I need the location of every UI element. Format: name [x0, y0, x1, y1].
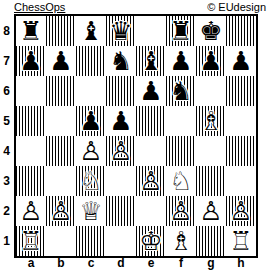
square-b6[interactable]: [46, 76, 76, 106]
file-label-h: h: [226, 257, 256, 270]
piece-black-pawn: ♟: [136, 76, 166, 106]
piece-black-bishop: ♝: [76, 16, 106, 46]
piece-black-king: ♚: [196, 16, 226, 46]
square-g1[interactable]: [196, 226, 226, 256]
square-g7[interactable]: ♟: [196, 46, 226, 76]
square-g3[interactable]: [196, 166, 226, 196]
rank-label-8: 8: [0, 16, 13, 46]
square-a2[interactable]: ♙: [16, 196, 46, 226]
square-g5[interactable]: ♗: [196, 106, 226, 136]
square-b5[interactable]: [46, 106, 76, 136]
square-d4[interactable]: ♙: [106, 136, 136, 166]
piece-black-knight: ♞: [106, 46, 136, 76]
chess-board: ♜♝♛♜♚♟♟♞♝♟♟♟♟♞♟♟♗♙♙♘♙♘♙♙♕♙♙♙♖♔♗♖: [14, 14, 258, 258]
square-b7[interactable]: ♟: [46, 46, 76, 76]
square-a3[interactable]: [16, 166, 46, 196]
file-label-g: g: [196, 257, 226, 270]
piece-white-knight: ♘: [76, 166, 106, 196]
rank-label-4: 4: [0, 136, 13, 166]
square-e2[interactable]: [136, 196, 166, 226]
square-b8[interactable]: [46, 16, 76, 46]
square-f5[interactable]: [166, 106, 196, 136]
square-d8[interactable]: ♛: [106, 16, 136, 46]
square-h5[interactable]: [226, 106, 256, 136]
square-f4[interactable]: [166, 136, 196, 166]
piece-white-bishop: ♗: [166, 226, 196, 256]
square-f6[interactable]: ♞: [166, 76, 196, 106]
piece-black-pawn: ♟: [76, 106, 106, 136]
rank-label-6: 6: [0, 76, 13, 106]
square-d3[interactable]: [106, 166, 136, 196]
square-f2[interactable]: ♙: [166, 196, 196, 226]
piece-black-rook: ♜: [16, 16, 46, 46]
piece-white-rook: ♖: [226, 226, 256, 256]
square-e6[interactable]: ♟: [136, 76, 166, 106]
square-h4[interactable]: [226, 136, 256, 166]
square-c7[interactable]: [76, 46, 106, 76]
piece-white-pawn: ♙: [106, 136, 136, 166]
square-f7[interactable]: ♟: [166, 46, 196, 76]
piece-black-bishop: ♝: [136, 46, 166, 76]
piece-white-pawn: ♙: [136, 166, 166, 196]
rank-label-5: 5: [0, 106, 13, 136]
square-a1[interactable]: ♖: [16, 226, 46, 256]
square-h3[interactable]: [226, 166, 256, 196]
square-b4[interactable]: [46, 136, 76, 166]
piece-white-king: ♔: [136, 226, 166, 256]
rank-labels: 87654321: [0, 16, 13, 256]
file-label-e: e: [136, 257, 166, 270]
square-a7[interactable]: ♟: [16, 46, 46, 76]
square-a6[interactable]: [16, 76, 46, 106]
square-h1[interactable]: ♖: [226, 226, 256, 256]
square-e3[interactable]: ♙: [136, 166, 166, 196]
square-b3[interactable]: [46, 166, 76, 196]
file-label-b: b: [46, 257, 76, 270]
file-label-f: f: [166, 257, 196, 270]
square-d6[interactable]: [106, 76, 136, 106]
square-c4[interactable]: ♙: [76, 136, 106, 166]
piece-black-pawn: ♟: [16, 46, 46, 76]
square-c1[interactable]: [76, 226, 106, 256]
rank-label-7: 7: [0, 46, 13, 76]
square-d7[interactable]: ♞: [106, 46, 136, 76]
square-f1[interactable]: ♗: [166, 226, 196, 256]
square-a4[interactable]: [16, 136, 46, 166]
square-b1[interactable]: [46, 226, 76, 256]
square-e1[interactable]: ♔: [136, 226, 166, 256]
square-g4[interactable]: [196, 136, 226, 166]
piece-white-pawn: ♙: [46, 196, 76, 226]
square-e5[interactable]: [136, 106, 166, 136]
square-c3[interactable]: ♘: [76, 166, 106, 196]
piece-black-pawn: ♟: [226, 46, 256, 76]
square-d2[interactable]: [106, 196, 136, 226]
square-g2[interactable]: ♙: [196, 196, 226, 226]
square-a8[interactable]: ♜: [16, 16, 46, 46]
piece-black-pawn: ♟: [106, 106, 136, 136]
square-f3[interactable]: ♘: [166, 166, 196, 196]
square-a5[interactable]: [16, 106, 46, 136]
copyright-notice: © EUdesign: [207, 1, 266, 13]
square-c6[interactable]: [76, 76, 106, 106]
file-label-c: c: [76, 257, 106, 270]
piece-white-rook: ♖: [16, 226, 46, 256]
piece-white-pawn: ♙: [196, 196, 226, 226]
square-d5[interactable]: ♟: [106, 106, 136, 136]
rank-label-2: 2: [0, 196, 13, 226]
square-c8[interactable]: ♝: [76, 16, 106, 46]
chessops-window: ChessOps © EUdesign 87654321 ♜♝♛♜♚♟♟♞♝♟♟…: [0, 0, 270, 270]
piece-white-pawn: ♙: [166, 196, 196, 226]
piece-white-pawn: ♙: [76, 136, 106, 166]
square-b2[interactable]: ♙: [46, 196, 76, 226]
piece-black-pawn: ♟: [46, 46, 76, 76]
square-h7[interactable]: ♟: [226, 46, 256, 76]
square-e4[interactable]: [136, 136, 166, 166]
square-c5[interactable]: ♟: [76, 106, 106, 136]
piece-black-pawn: ♟: [196, 46, 226, 76]
piece-white-pawn: ♙: [226, 196, 256, 226]
square-h8[interactable]: [226, 16, 256, 46]
square-e8[interactable]: [136, 16, 166, 46]
square-g6[interactable]: [196, 76, 226, 106]
piece-white-knight: ♘: [166, 166, 196, 196]
square-g8[interactable]: ♚: [196, 16, 226, 46]
square-f8[interactable]: ♜: [166, 16, 196, 46]
app-title: ChessOps: [14, 1, 65, 13]
square-h6[interactable]: [226, 76, 256, 106]
file-label-d: d: [106, 257, 136, 270]
rank-label-1: 1: [0, 226, 13, 256]
square-d1[interactable]: [106, 226, 136, 256]
piece-white-bishop: ♗: [196, 106, 226, 136]
piece-black-pawn: ♟: [166, 46, 196, 76]
piece-black-queen: ♛: [106, 16, 136, 46]
rank-label-3: 3: [0, 166, 13, 196]
square-h2[interactable]: ♙: [226, 196, 256, 226]
piece-black-rook: ♜: [166, 16, 196, 46]
piece-white-pawn: ♙: [16, 196, 46, 226]
file-labels: abcdefgh: [16, 257, 256, 270]
square-e7[interactable]: ♝: [136, 46, 166, 76]
piece-black-knight: ♞: [166, 76, 196, 106]
piece-white-queen: ♕: [76, 196, 106, 226]
square-c2[interactable]: ♕: [76, 196, 106, 226]
file-label-a: a: [16, 257, 46, 270]
